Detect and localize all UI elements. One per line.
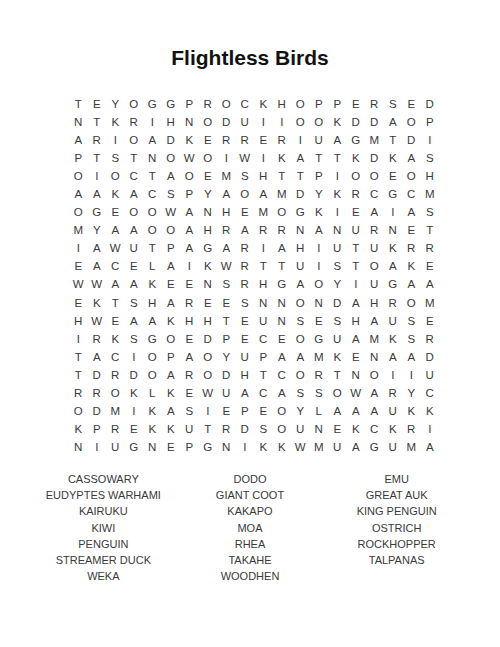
grid-cell-r3c20[interactable]: I xyxy=(421,131,440,149)
grid-cell-r4c10[interactable]: W xyxy=(236,149,255,167)
grid-cell-r14c5[interactable]: G xyxy=(143,330,162,348)
grid-cell-r6c19[interactable]: C xyxy=(402,185,421,203)
grid-cell-r12c3[interactable]: T xyxy=(106,294,125,312)
grid-cell-r3c18[interactable]: T xyxy=(384,131,403,149)
grid-cell-r8c8[interactable]: H xyxy=(199,221,218,239)
grid-cell-r11c9[interactable]: S xyxy=(217,275,236,293)
grid-cell-r6c16[interactable]: R xyxy=(347,185,366,203)
grid-cell-r4c17[interactable]: D xyxy=(365,149,384,167)
grid-cell-r18c10[interactable]: P xyxy=(236,402,255,420)
grid-cell-r1c11[interactable]: K xyxy=(254,95,273,113)
grid-cell-r10c19[interactable]: K xyxy=(402,257,421,275)
grid-cell-r11c19[interactable]: A xyxy=(402,275,421,293)
grid-cell-r19c2[interactable]: P xyxy=(88,420,107,438)
grid-cell-r12c13[interactable]: O xyxy=(291,294,310,312)
grid-cell-r14c10[interactable]: E xyxy=(236,330,255,348)
grid-cell-r7c3[interactable]: E xyxy=(106,203,125,221)
grid-cell-r9c13[interactable]: H xyxy=(291,239,310,257)
grid-cell-r17c3[interactable]: O xyxy=(106,384,125,402)
grid-cell-r19c10[interactable]: D xyxy=(236,420,255,438)
grid-cell-r11c12[interactable]: G xyxy=(273,275,292,293)
grid-cell-r9c3[interactable]: W xyxy=(106,239,125,257)
grid-cell-r11c18[interactable]: G xyxy=(384,275,403,293)
grid-cell-r10c17[interactable]: O xyxy=(365,257,384,275)
grid-cell-r2c1[interactable]: N xyxy=(69,113,88,131)
grid-cell-r17c16[interactable]: W xyxy=(347,384,366,402)
grid-cell-r16c14[interactable]: R xyxy=(310,366,329,384)
grid-cell-r3c8[interactable]: E xyxy=(199,131,218,149)
grid-cell-r18c12[interactable]: O xyxy=(273,402,292,420)
grid-cell-r14c13[interactable]: O xyxy=(291,330,310,348)
grid-cell-r1c4[interactable]: O xyxy=(125,95,144,113)
grid-cell-r9c11[interactable]: I xyxy=(254,239,273,257)
grid-cell-r6c18[interactable]: G xyxy=(384,185,403,203)
grid-cell-r12c1[interactable]: E xyxy=(69,294,88,312)
grid-cell-r19c19[interactable]: R xyxy=(402,420,421,438)
grid-cell-r2c13[interactable]: O xyxy=(291,113,310,131)
grid-cell-r12c17[interactable]: H xyxy=(365,294,384,312)
grid-cell-r19c15[interactable]: E xyxy=(328,420,347,438)
grid-cell-r14c6[interactable]: O xyxy=(162,330,181,348)
grid-cell-r10c2[interactable]: A xyxy=(88,257,107,275)
grid-cell-r8c14[interactable]: A xyxy=(310,221,329,239)
grid-cell-r9c19[interactable]: R xyxy=(402,239,421,257)
grid-cell-r14c2[interactable]: R xyxy=(88,330,107,348)
grid-cell-r13c3[interactable]: E xyxy=(106,312,125,330)
grid-cell-r14c19[interactable]: S xyxy=(402,330,421,348)
grid-cell-r3c7[interactable]: K xyxy=(180,131,199,149)
grid-cell-r18c17[interactable]: A xyxy=(365,402,384,420)
grid-cell-r4c20[interactable]: S xyxy=(421,149,440,167)
grid-cell-r10c7[interactable]: I xyxy=(180,257,199,275)
grid-cell-r8c10[interactable]: A xyxy=(236,221,255,239)
grid-cell-r6c17[interactable]: C xyxy=(365,185,384,203)
grid-cell-r8c11[interactable]: R xyxy=(254,221,273,239)
grid-cell-r5c9[interactable]: M xyxy=(217,167,236,185)
grid-cell-r12c15[interactable]: D xyxy=(328,294,347,312)
grid-cell-r4c9[interactable]: I xyxy=(217,149,236,167)
grid-cell-r6c9[interactable]: A xyxy=(217,185,236,203)
grid-cell-r1c2[interactable]: E xyxy=(88,95,107,113)
grid-cell-r20c4[interactable]: G xyxy=(125,438,144,456)
grid-cell-r16c5[interactable]: O xyxy=(143,366,162,384)
grid-cell-r14c20[interactable]: R xyxy=(421,330,440,348)
grid-cell-r3c17[interactable]: M xyxy=(365,131,384,149)
grid-cell-r9c8[interactable]: G xyxy=(199,239,218,257)
grid-cell-r4c4[interactable]: T xyxy=(125,149,144,167)
grid-cell-r8c19[interactable]: E xyxy=(402,221,421,239)
grid-cell-r16c9[interactable]: D xyxy=(217,366,236,384)
grid-cell-r13c12[interactable]: N xyxy=(273,312,292,330)
grid-cell-r10c12[interactable]: T xyxy=(273,257,292,275)
grid-cell-r14c11[interactable]: C xyxy=(254,330,273,348)
grid-cell-r17c4[interactable]: K xyxy=(125,384,144,402)
grid-cell-r6c11[interactable]: A xyxy=(254,185,273,203)
grid-cell-r10c14[interactable]: I xyxy=(310,257,329,275)
grid-cell-r12c11[interactable]: N xyxy=(254,294,273,312)
grid-cell-r7c5[interactable]: O xyxy=(143,203,162,221)
grid-cell-r11c20[interactable]: A xyxy=(421,275,440,293)
grid-cell-r5c10[interactable]: S xyxy=(236,167,255,185)
grid-cell-r5c13[interactable]: T xyxy=(291,167,310,185)
grid-cell-r3c3[interactable]: I xyxy=(106,131,125,149)
grid-cell-r8c5[interactable]: O xyxy=(143,221,162,239)
grid-cell-r7c20[interactable]: S xyxy=(421,203,440,221)
grid-cell-r14c7[interactable]: E xyxy=(180,330,199,348)
grid-cell-r16c8[interactable]: O xyxy=(199,366,218,384)
grid-cell-r11c14[interactable]: O xyxy=(310,275,329,293)
grid-cell-r13c5[interactable]: A xyxy=(143,312,162,330)
grid-cell-r13c19[interactable]: S xyxy=(402,312,421,330)
grid-cell-r6c10[interactable]: O xyxy=(236,185,255,203)
grid-cell-r17c11[interactable]: C xyxy=(254,384,273,402)
grid-cell-r13c6[interactable]: K xyxy=(162,312,181,330)
grid-cell-r2c5[interactable]: I xyxy=(143,113,162,131)
grid-cell-r15c3[interactable]: C xyxy=(106,348,125,366)
grid-cell-r6c14[interactable]: Y xyxy=(310,185,329,203)
grid-cell-r4c19[interactable]: A xyxy=(402,149,421,167)
grid-cell-r10c5[interactable]: L xyxy=(143,257,162,275)
grid-cell-r7c2[interactable]: G xyxy=(88,203,107,221)
grid-cell-r18c11[interactable]: E xyxy=(254,402,273,420)
grid-cell-r5c4[interactable]: C xyxy=(125,167,144,185)
grid-cell-r14c4[interactable]: S xyxy=(125,330,144,348)
grid-cell-r4c1[interactable]: P xyxy=(69,149,88,167)
grid-cell-r15c15[interactable]: K xyxy=(328,348,347,366)
grid-cell-r14c9[interactable]: P xyxy=(217,330,236,348)
grid-cell-r11c8[interactable]: N xyxy=(199,275,218,293)
grid-cell-r9c2[interactable]: A xyxy=(88,239,107,257)
grid-cell-r15c7[interactable]: A xyxy=(180,348,199,366)
grid-cell-r13c15[interactable]: S xyxy=(328,312,347,330)
grid-cell-r16c7[interactable]: R xyxy=(180,366,199,384)
grid-cell-r3c12[interactable]: R xyxy=(273,131,292,149)
grid-cell-r13c17[interactable]: A xyxy=(365,312,384,330)
grid-cell-r10c3[interactable]: C xyxy=(106,257,125,275)
grid-cell-r16c20[interactable]: U xyxy=(421,366,440,384)
grid-cell-r19c9[interactable]: R xyxy=(217,420,236,438)
grid-cell-r5c8[interactable]: E xyxy=(199,167,218,185)
grid-cell-r15c11[interactable]: P xyxy=(254,348,273,366)
grid-cell-r8c16[interactable]: U xyxy=(347,221,366,239)
grid-cell-r11c10[interactable]: R xyxy=(236,275,255,293)
grid-cell-r6c7[interactable]: P xyxy=(180,185,199,203)
grid-cell-r1c13[interactable]: O xyxy=(291,95,310,113)
grid-cell-r18c2[interactable]: D xyxy=(88,402,107,420)
grid-cell-r4c5[interactable]: N xyxy=(143,149,162,167)
grid-cell-r19c1[interactable]: K xyxy=(69,420,88,438)
grid-cell-r7c15[interactable]: I xyxy=(328,203,347,221)
grid-cell-r12c6[interactable]: A xyxy=(162,294,181,312)
grid-cell-r19c20[interactable]: I xyxy=(421,420,440,438)
grid-cell-r3c13[interactable]: I xyxy=(291,131,310,149)
grid-cell-r8c13[interactable]: N xyxy=(291,221,310,239)
grid-cell-r18c19[interactable]: K xyxy=(402,402,421,420)
grid-cell-r6c8[interactable]: Y xyxy=(199,185,218,203)
grid-cell-r4c6[interactable]: O xyxy=(162,149,181,167)
grid-cell-r17c2[interactable]: R xyxy=(88,384,107,402)
grid-cell-r12c20[interactable]: M xyxy=(421,294,440,312)
grid-cell-r12c9[interactable]: E xyxy=(217,294,236,312)
grid-cell-r20c2[interactable]: I xyxy=(88,438,107,456)
grid-cell-r17c1[interactable]: R xyxy=(69,384,88,402)
grid-cell-r2c15[interactable]: K xyxy=(328,113,347,131)
grid-cell-r14c15[interactable]: U xyxy=(328,330,347,348)
grid-cell-r17c20[interactable]: C xyxy=(421,384,440,402)
grid-cell-r10c1[interactable]: E xyxy=(69,257,88,275)
grid-cell-r20c6[interactable]: E xyxy=(162,438,181,456)
grid-cell-r6c13[interactable]: D xyxy=(291,185,310,203)
grid-cell-r6c1[interactable]: A xyxy=(69,185,88,203)
grid-cell-r2c3[interactable]: K xyxy=(106,113,125,131)
grid-cell-r6c6[interactable]: S xyxy=(162,185,181,203)
grid-cell-r20c16[interactable]: A xyxy=(347,438,366,456)
grid-cell-r8c4[interactable]: A xyxy=(125,221,144,239)
grid-cell-r4c13[interactable]: A xyxy=(291,149,310,167)
grid-cell-r13c14[interactable]: E xyxy=(310,312,329,330)
grid-cell-r11c5[interactable]: K xyxy=(143,275,162,293)
grid-cell-r17c17[interactable]: A xyxy=(365,384,384,402)
grid-cell-r15c16[interactable]: E xyxy=(347,348,366,366)
grid-cell-r16c12[interactable]: C xyxy=(273,366,292,384)
grid-cell-r18c15[interactable]: A xyxy=(328,402,347,420)
grid-cell-r20c15[interactable]: U xyxy=(328,438,347,456)
grid-cell-r14c17[interactable]: M xyxy=(365,330,384,348)
grid-cell-r4c8[interactable]: O xyxy=(199,149,218,167)
grid-cell-r5c19[interactable]: O xyxy=(402,167,421,185)
grid-cell-r3c14[interactable]: U xyxy=(310,131,329,149)
grid-cell-r13c18[interactable]: U xyxy=(384,312,403,330)
grid-cell-r15c9[interactable]: Y xyxy=(217,348,236,366)
grid-cell-r15c10[interactable]: U xyxy=(236,348,255,366)
grid-cell-r3c11[interactable]: E xyxy=(254,131,273,149)
grid-cell-r1c9[interactable]: O xyxy=(217,95,236,113)
grid-cell-r15c17[interactable]: N xyxy=(365,348,384,366)
grid-cell-r8c9[interactable]: R xyxy=(217,221,236,239)
grid-cell-r19c17[interactable]: C xyxy=(365,420,384,438)
grid-cell-r8c18[interactable]: N xyxy=(384,221,403,239)
grid-cell-r17c10[interactable]: A xyxy=(236,384,255,402)
grid-cell-r19c8[interactable]: T xyxy=(199,420,218,438)
grid-cell-r8c15[interactable]: N xyxy=(328,221,347,239)
grid-cell-r6c20[interactable]: M xyxy=(421,185,440,203)
grid-cell-r5c11[interactable]: H xyxy=(254,167,273,185)
grid-cell-r1c16[interactable]: E xyxy=(347,95,366,113)
grid-cell-r13c7[interactable]: H xyxy=(180,312,199,330)
grid-cell-r15c18[interactable]: A xyxy=(384,348,403,366)
grid-cell-r5c6[interactable]: A xyxy=(162,167,181,185)
grid-cell-r16c2[interactable]: D xyxy=(88,366,107,384)
grid-cell-r16c1[interactable]: T xyxy=(69,366,88,384)
grid-cell-r9c6[interactable]: P xyxy=(162,239,181,257)
grid-cell-r18c3[interactable]: M xyxy=(106,402,125,420)
grid-cell-r4c3[interactable]: S xyxy=(106,149,125,167)
grid-cell-r7c18[interactable]: I xyxy=(384,203,403,221)
grid-cell-r7c14[interactable]: K xyxy=(310,203,329,221)
grid-cell-r20c12[interactable]: K xyxy=(273,438,292,456)
grid-cell-r10c9[interactable]: W xyxy=(217,257,236,275)
grid-cell-r10c16[interactable]: T xyxy=(347,257,366,275)
grid-cell-r11c15[interactable]: Y xyxy=(328,275,347,293)
grid-cell-r20c10[interactable]: I xyxy=(236,438,255,456)
grid-cell-r15c20[interactable]: D xyxy=(421,348,440,366)
grid-cell-r8c3[interactable]: A xyxy=(106,221,125,239)
grid-cell-r6c12[interactable]: M xyxy=(273,185,292,203)
grid-cell-r15c14[interactable]: M xyxy=(310,348,329,366)
grid-cell-r12c5[interactable]: H xyxy=(143,294,162,312)
grid-cell-r1c15[interactable]: P xyxy=(328,95,347,113)
grid-cell-r5c20[interactable]: H xyxy=(421,167,440,185)
grid-cell-r12c12[interactable]: N xyxy=(273,294,292,312)
grid-cell-r15c5[interactable]: O xyxy=(143,348,162,366)
grid-cell-r9c7[interactable]: A xyxy=(180,239,199,257)
grid-cell-r16c13[interactable]: O xyxy=(291,366,310,384)
grid-cell-r4c16[interactable]: K xyxy=(347,149,366,167)
grid-cell-r11c4[interactable]: A xyxy=(125,275,144,293)
grid-cell-r5c16[interactable]: O xyxy=(347,167,366,185)
grid-cell-r7c1[interactable]: O xyxy=(69,203,88,221)
grid-cell-r3c6[interactable]: D xyxy=(162,131,181,149)
grid-cell-r12c10[interactable]: S xyxy=(236,294,255,312)
grid-cell-r9c18[interactable]: K xyxy=(384,239,403,257)
grid-cell-r18c5[interactable]: K xyxy=(143,402,162,420)
grid-cell-r10c4[interactable]: E xyxy=(125,257,144,275)
grid-cell-r20c5[interactable]: N xyxy=(143,438,162,456)
grid-cell-r11c6[interactable]: E xyxy=(162,275,181,293)
grid-cell-r15c2[interactable]: A xyxy=(88,348,107,366)
grid-cell-r13c20[interactable]: E xyxy=(421,312,440,330)
grid-cell-r15c19[interactable]: A xyxy=(402,348,421,366)
grid-cell-r2c20[interactable]: P xyxy=(421,113,440,131)
grid-cell-r12c18[interactable]: R xyxy=(384,294,403,312)
grid-cell-r3c4[interactable]: O xyxy=(125,131,144,149)
grid-cell-r18c13[interactable]: Y xyxy=(291,402,310,420)
grid-cell-r14c14[interactable]: G xyxy=(310,330,329,348)
grid-cell-r20c7[interactable]: P xyxy=(180,438,199,456)
grid-cell-r18c6[interactable]: A xyxy=(162,402,181,420)
grid-cell-r20c9[interactable]: N xyxy=(217,438,236,456)
grid-cell-r7c8[interactable]: N xyxy=(199,203,218,221)
grid-cell-r14c18[interactable]: K xyxy=(384,330,403,348)
grid-cell-r4c7[interactable]: W xyxy=(180,149,199,167)
grid-cell-r8c12[interactable]: R xyxy=(273,221,292,239)
grid-cell-r10c15[interactable]: S xyxy=(328,257,347,275)
grid-cell-r11c13[interactable]: A xyxy=(291,275,310,293)
grid-cell-r12c7[interactable]: R xyxy=(180,294,199,312)
grid-cell-r19c6[interactable]: K xyxy=(162,420,181,438)
grid-cell-r20c3[interactable]: U xyxy=(106,438,125,456)
grid-cell-r5c14[interactable]: P xyxy=(310,167,329,185)
grid-cell-r19c5[interactable]: K xyxy=(143,420,162,438)
grid-cell-r4c14[interactable]: T xyxy=(310,149,329,167)
grid-cell-r12c14[interactable]: N xyxy=(310,294,329,312)
grid-cell-r17c18[interactable]: R xyxy=(384,384,403,402)
grid-cell-r17c9[interactable]: U xyxy=(217,384,236,402)
grid-cell-r7c12[interactable]: O xyxy=(273,203,292,221)
grid-cell-r7c19[interactable]: A xyxy=(402,203,421,221)
grid-cell-r9c17[interactable]: U xyxy=(365,239,384,257)
grid-cell-r15c6[interactable]: P xyxy=(162,348,181,366)
grid-cell-r5c17[interactable]: O xyxy=(365,167,384,185)
grid-cell-r10c20[interactable]: E xyxy=(421,257,440,275)
grid-cell-r5c5[interactable]: T xyxy=(143,167,162,185)
grid-cell-r7c11[interactable]: M xyxy=(254,203,273,221)
grid-cell-r16c18[interactable]: I xyxy=(384,366,403,384)
grid-cell-r7c9[interactable]: H xyxy=(217,203,236,221)
grid-cell-r2c2[interactable]: T xyxy=(88,113,107,131)
grid-cell-r15c13[interactable]: A xyxy=(291,348,310,366)
grid-cell-r4c11[interactable]: I xyxy=(254,149,273,167)
grid-cell-r9c20[interactable]: R xyxy=(421,239,440,257)
grid-cell-r3c5[interactable]: A xyxy=(143,131,162,149)
grid-cell-r16c3[interactable]: R xyxy=(106,366,125,384)
grid-cell-r8c1[interactable]: M xyxy=(69,221,88,239)
grid-cell-r16c19[interactable]: I xyxy=(402,366,421,384)
grid-cell-r13c13[interactable]: S xyxy=(291,312,310,330)
grid-cell-r1c18[interactable]: S xyxy=(384,95,403,113)
grid-cell-r11c17[interactable]: U xyxy=(365,275,384,293)
grid-cell-r2c19[interactable]: O xyxy=(402,113,421,131)
grid-cell-r18c4[interactable]: I xyxy=(125,402,144,420)
grid-cell-r11c2[interactable]: W xyxy=(88,275,107,293)
grid-cell-r7c16[interactable]: E xyxy=(347,203,366,221)
grid-cell-r4c18[interactable]: K xyxy=(384,149,403,167)
grid-cell-r18c14[interactable]: L xyxy=(310,402,329,420)
grid-cell-r1c19[interactable]: E xyxy=(402,95,421,113)
grid-cell-r3c15[interactable]: A xyxy=(328,131,347,149)
grid-cell-r9c9[interactable]: A xyxy=(217,239,236,257)
grid-cell-r1c3[interactable]: Y xyxy=(106,95,125,113)
grid-cell-r19c11[interactable]: S xyxy=(254,420,273,438)
grid-cell-r20c1[interactable]: N xyxy=(69,438,88,456)
grid-cell-r8c7[interactable]: A xyxy=(180,221,199,239)
grid-cell-r7c7[interactable]: A xyxy=(180,203,199,221)
grid-cell-r17c7[interactable]: E xyxy=(180,384,199,402)
grid-cell-r19c7[interactable]: U xyxy=(180,420,199,438)
grid-cell-r7c13[interactable]: G xyxy=(291,203,310,221)
grid-cell-r5c2[interactable]: I xyxy=(88,167,107,185)
grid-cell-r18c18[interactable]: U xyxy=(384,402,403,420)
grid-cell-r6c15[interactable]: K xyxy=(328,185,347,203)
grid-cell-r9c1[interactable]: I xyxy=(69,239,88,257)
grid-cell-r20c13[interactable]: W xyxy=(291,438,310,456)
grid-cell-r8c6[interactable]: O xyxy=(162,221,181,239)
grid-cell-r10c8[interactable]: K xyxy=(199,257,218,275)
grid-cell-r10c11[interactable]: T xyxy=(254,257,273,275)
grid-cell-r8c20[interactable]: T xyxy=(421,221,440,239)
grid-cell-r15c1[interactable]: T xyxy=(69,348,88,366)
grid-cell-r13c4[interactable]: A xyxy=(125,312,144,330)
grid-cell-r18c9[interactable]: E xyxy=(217,402,236,420)
grid-cell-r3c19[interactable]: D xyxy=(402,131,421,149)
grid-cell-r2c9[interactable]: D xyxy=(217,113,236,131)
grid-cell-r20c8[interactable]: G xyxy=(199,438,218,456)
grid-cell-r1c10[interactable]: C xyxy=(236,95,255,113)
grid-cell-r14c1[interactable]: I xyxy=(69,330,88,348)
grid-cell-r12c8[interactable]: E xyxy=(199,294,218,312)
grid-cell-r17c19[interactable]: Y xyxy=(402,384,421,402)
grid-cell-r20c17[interactable]: G xyxy=(365,438,384,456)
grid-cell-r1c6[interactable]: G xyxy=(162,95,181,113)
grid-cell-r1c14[interactable]: P xyxy=(310,95,329,113)
grid-cell-r16c17[interactable]: O xyxy=(365,366,384,384)
grid-cell-r1c8[interactable]: R xyxy=(199,95,218,113)
grid-cell-r5c1[interactable]: O xyxy=(69,167,88,185)
grid-cell-r3c9[interactable]: R xyxy=(217,131,236,149)
grid-cell-r7c10[interactable]: E xyxy=(236,203,255,221)
grid-cell-r7c17[interactable]: A xyxy=(365,203,384,221)
grid-cell-r17c15[interactable]: O xyxy=(328,384,347,402)
